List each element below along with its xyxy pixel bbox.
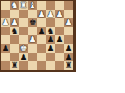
square-a2[interactable] xyxy=(1,53,10,62)
square-g4[interactable]: ♟ xyxy=(55,35,64,44)
square-a4[interactable] xyxy=(1,35,10,44)
black-pawn-a3: ♟ xyxy=(1,44,10,53)
square-b6[interactable]: ♟ xyxy=(10,18,19,27)
square-e3[interactable] xyxy=(37,44,46,53)
white-knight-b8: ♞ xyxy=(10,1,19,10)
black-pawn-f3: ♟ xyxy=(46,44,55,53)
square-e1[interactable] xyxy=(37,61,46,70)
white-pawn-b6: ♟ xyxy=(10,18,19,27)
square-h2[interactable]: ♟ xyxy=(64,53,73,62)
square-f6[interactable] xyxy=(46,18,55,27)
square-b7[interactable] xyxy=(10,10,19,19)
white-pawn-h6: ♟ xyxy=(64,18,73,27)
square-d7[interactable] xyxy=(28,10,37,19)
chess-board: ♞♜♝♟♟♟♟♟♚♟♞♟♞♟♟♟♟♚♟♟♟♟♜♜ xyxy=(0,0,76,72)
square-c4[interactable] xyxy=(19,35,28,44)
square-d3[interactable] xyxy=(28,44,37,53)
square-d5[interactable] xyxy=(28,27,37,36)
white-pawn-d4: ♟ xyxy=(28,35,37,44)
black-pawn-h2: ♟ xyxy=(64,53,73,62)
black-king-d6: ♚ xyxy=(28,18,37,27)
white-bishop-d8: ♝ xyxy=(28,1,37,10)
white-pawn-f7: ♟ xyxy=(46,10,55,19)
square-b4[interactable] xyxy=(10,35,19,44)
square-c3[interactable]: ♚ xyxy=(19,44,28,53)
square-e8[interactable] xyxy=(37,1,46,10)
square-h4[interactable] xyxy=(64,35,73,44)
square-f7[interactable]: ♟ xyxy=(46,10,55,19)
square-g2[interactable] xyxy=(55,53,64,62)
square-g6[interactable] xyxy=(55,18,64,27)
black-rook-h1: ♜ xyxy=(64,61,73,70)
square-h5[interactable] xyxy=(64,27,73,36)
square-c8[interactable]: ♜ xyxy=(19,1,28,10)
square-d4[interactable]: ♟ xyxy=(28,35,37,44)
chess-board-container: ♞♜♝♟♟♟♟♟♚♟♞♟♞♟♟♟♟♚♟♟♟♟♜♜ xyxy=(0,0,76,72)
square-e6[interactable] xyxy=(37,18,46,27)
black-knight-f5: ♞ xyxy=(46,27,55,36)
square-b3[interactable] xyxy=(10,44,19,53)
white-pawn-e7: ♟ xyxy=(37,10,46,19)
square-f5[interactable]: ♞ xyxy=(46,27,55,36)
square-c5[interactable] xyxy=(19,27,28,36)
square-a7[interactable] xyxy=(1,10,10,19)
square-e7[interactable]: ♟ xyxy=(37,10,46,19)
white-rook-c8: ♜ xyxy=(19,1,28,10)
square-d1[interactable] xyxy=(28,61,37,70)
square-e4[interactable] xyxy=(37,35,46,44)
black-pawn-g4: ♟ xyxy=(55,35,64,44)
square-g7[interactable]: ♟ xyxy=(55,10,64,19)
square-b1[interactable]: ♜ xyxy=(10,61,19,70)
square-c7[interactable] xyxy=(19,10,28,19)
square-f2[interactable] xyxy=(46,53,55,62)
square-h3[interactable]: ♟ xyxy=(64,44,73,53)
white-pawn-g7: ♟ xyxy=(55,10,64,19)
square-c1[interactable] xyxy=(19,61,28,70)
square-a1[interactable] xyxy=(1,61,10,70)
square-b2[interactable] xyxy=(10,53,19,62)
square-h6[interactable]: ♟ xyxy=(64,18,73,27)
square-d8[interactable]: ♝ xyxy=(28,1,37,10)
square-h8[interactable] xyxy=(64,1,73,10)
square-g1[interactable] xyxy=(55,61,64,70)
black-pawn-h3: ♟ xyxy=(64,44,73,53)
square-c6[interactable] xyxy=(19,18,28,27)
square-d2[interactable] xyxy=(28,53,37,62)
square-d6[interactable]: ♚ xyxy=(28,18,37,27)
page-background: ♞♜♝♟♟♟♟♟♚♟♞♟♞♟♟♟♟♚♟♟♟♟♜♜ xyxy=(0,0,125,93)
square-g8[interactable] xyxy=(55,1,64,10)
square-f1[interactable] xyxy=(46,61,55,70)
white-pawn-a6: ♟ xyxy=(1,18,10,27)
square-h7[interactable] xyxy=(64,10,73,19)
square-e2[interactable] xyxy=(37,53,46,62)
black-pawn-c2: ♟ xyxy=(19,53,28,62)
square-f3[interactable]: ♟ xyxy=(46,44,55,53)
black-knight-b5: ♞ xyxy=(10,27,19,36)
square-c2[interactable]: ♟ xyxy=(19,53,28,62)
square-f8[interactable] xyxy=(46,1,55,10)
white-king-c3: ♚ xyxy=(19,44,28,53)
square-g5[interactable] xyxy=(55,27,64,36)
square-f4[interactable]: ♟ xyxy=(46,35,55,44)
black-pawn-e5: ♟ xyxy=(37,27,46,36)
black-rook-b1: ♜ xyxy=(10,61,19,70)
square-g3[interactable] xyxy=(55,44,64,53)
square-a3[interactable]: ♟ xyxy=(1,44,10,53)
black-pawn-f4: ♟ xyxy=(46,35,55,44)
square-b8[interactable]: ♞ xyxy=(10,1,19,10)
square-e5[interactable]: ♟ xyxy=(37,27,46,36)
square-h1[interactable]: ♜ xyxy=(64,61,73,70)
square-b5[interactable]: ♞ xyxy=(10,27,19,36)
square-a8[interactable] xyxy=(1,1,10,10)
square-a6[interactable]: ♟ xyxy=(1,18,10,27)
square-a5[interactable] xyxy=(1,27,10,36)
